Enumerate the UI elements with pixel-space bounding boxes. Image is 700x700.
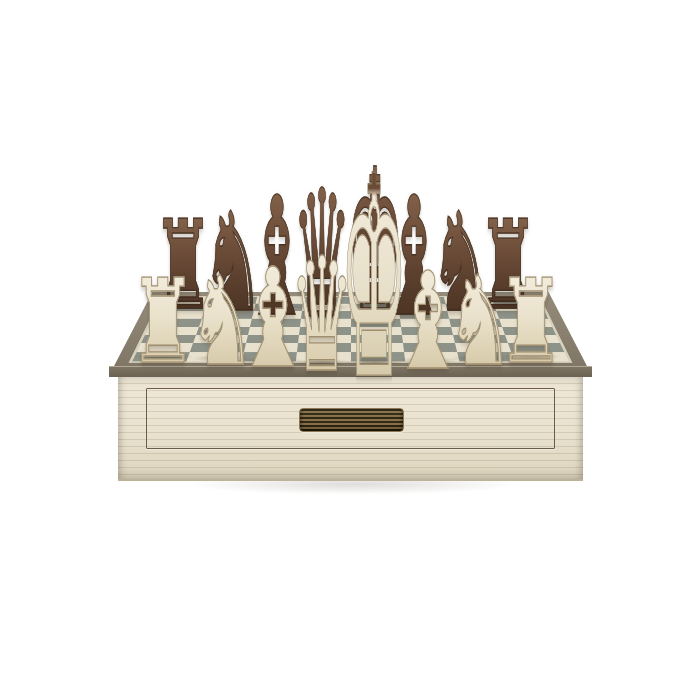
pieces-layer: ♜♞♝♛♚♝♞♜♜♞♝♛♚♝♞♜ <box>0 0 700 700</box>
product-photo-chess-box: ♜♞♝♛♚♝♞♜♜♞♝♛♚♝♞♜ <box>0 0 700 700</box>
cream-rook-piece[interactable]: ♜ <box>497 264 564 380</box>
